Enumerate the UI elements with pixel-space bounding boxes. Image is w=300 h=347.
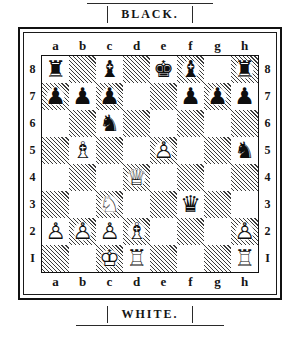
square-g8 bbox=[204, 56, 231, 83]
white-rook-d1: ♖ bbox=[123, 245, 150, 272]
square-b8 bbox=[69, 56, 96, 83]
square-b2: ♙ bbox=[69, 218, 96, 245]
rank-label-1: I bbox=[24, 245, 41, 272]
rank-label-3: 3 bbox=[24, 191, 41, 218]
rank-label-8: 8 bbox=[259, 56, 276, 83]
file-label-c: c bbox=[96, 37, 123, 55]
square-c6: ♞ bbox=[96, 110, 123, 137]
black-queen-f3: ♛ bbox=[177, 191, 204, 218]
square-h5: ♞ bbox=[231, 137, 258, 164]
rank-labels-right: 8765432I bbox=[259, 56, 276, 272]
square-e1 bbox=[150, 245, 177, 272]
file-label-a: a bbox=[42, 37, 69, 55]
black-pawn-c7: ♟ bbox=[96, 83, 123, 110]
square-b3 bbox=[69, 191, 96, 218]
square-b4 bbox=[69, 164, 96, 191]
square-d7 bbox=[123, 83, 150, 110]
file-label-h: h bbox=[231, 37, 258, 55]
file-label-f: f bbox=[177, 273, 204, 291]
file-label-c: c bbox=[96, 273, 123, 291]
file-label-g: g bbox=[204, 37, 231, 55]
square-c7: ♟ bbox=[96, 83, 123, 110]
square-b5: ♗ bbox=[69, 137, 96, 164]
square-e2 bbox=[150, 218, 177, 245]
square-h4 bbox=[231, 164, 258, 191]
black-pawn-b7: ♟ bbox=[69, 83, 96, 110]
square-f2 bbox=[177, 218, 204, 245]
black-pawn-g7: ♟ bbox=[204, 83, 231, 110]
square-g4 bbox=[204, 164, 231, 191]
black-pawn-h7: ♟ bbox=[231, 83, 258, 110]
rank-label-7: 7 bbox=[24, 83, 41, 110]
square-f7: ♟ bbox=[177, 83, 204, 110]
board-inner-frame: abcdefgh 8765432I ♜♝♚♝♜♟♟♟♟♟♟♞♗♙♞♕♘♛♙♙♙♗… bbox=[23, 32, 277, 295]
black-rook-a8: ♜ bbox=[42, 56, 69, 83]
square-f6 bbox=[177, 110, 204, 137]
white-knight-c3: ♘ bbox=[96, 191, 123, 218]
white-pawn-e5: ♙ bbox=[150, 137, 177, 164]
square-g2 bbox=[204, 218, 231, 245]
square-d3 bbox=[123, 191, 150, 218]
square-h7: ♟ bbox=[231, 83, 258, 110]
white-pawn-h2: ♙ bbox=[231, 218, 258, 245]
file-label-a: a bbox=[42, 273, 69, 291]
black-pawn-f7: ♟ bbox=[177, 83, 204, 110]
white-rook-h1: ♖ bbox=[231, 245, 258, 272]
rank-label-6: 6 bbox=[259, 110, 276, 137]
rank-labels-left: 8765432I bbox=[24, 56, 41, 272]
square-h2: ♙ bbox=[231, 218, 258, 245]
square-f3: ♛ bbox=[177, 191, 204, 218]
square-g1 bbox=[204, 245, 231, 272]
square-g6 bbox=[204, 110, 231, 137]
white-queen-d4: ♕ bbox=[123, 164, 150, 191]
rank-label-8: 8 bbox=[24, 56, 41, 83]
square-g3 bbox=[204, 191, 231, 218]
square-g5 bbox=[204, 137, 231, 164]
file-label-e: e bbox=[150, 273, 177, 291]
file-label-d: d bbox=[123, 273, 150, 291]
square-h1: ♖ bbox=[231, 245, 258, 272]
white-label: WHITE. bbox=[107, 306, 192, 323]
rank-label-2: 2 bbox=[24, 218, 41, 245]
rank-label-6: 6 bbox=[24, 110, 41, 137]
square-d5 bbox=[123, 137, 150, 164]
file-labels-bottom: abcdefgh bbox=[42, 273, 258, 291]
white-pawn-a2: ♙ bbox=[42, 218, 69, 245]
square-d2: ♗ bbox=[123, 218, 150, 245]
square-b7: ♟ bbox=[69, 83, 96, 110]
black-knight-c6: ♞ bbox=[96, 110, 123, 137]
black-bishop-f8: ♝ bbox=[177, 56, 204, 83]
white-pawn-b2: ♙ bbox=[69, 218, 96, 245]
square-e7 bbox=[150, 83, 177, 110]
rank-label-4: 4 bbox=[259, 164, 276, 191]
square-a8: ♜ bbox=[42, 56, 69, 83]
square-c3: ♘ bbox=[96, 191, 123, 218]
file-label-b: b bbox=[69, 273, 96, 291]
square-h8: ♜ bbox=[231, 56, 258, 83]
square-d8 bbox=[123, 56, 150, 83]
file-label-e: e bbox=[150, 37, 177, 55]
file-label-g: g bbox=[204, 273, 231, 291]
square-c5 bbox=[96, 137, 123, 164]
square-e5: ♙ bbox=[150, 137, 177, 164]
square-c4 bbox=[96, 164, 123, 191]
white-bishop-b5: ♗ bbox=[69, 137, 96, 164]
square-a4 bbox=[42, 164, 69, 191]
square-b1 bbox=[69, 245, 96, 272]
square-a5 bbox=[42, 137, 69, 164]
rank-label-1: I bbox=[259, 245, 276, 272]
square-d6 bbox=[123, 110, 150, 137]
black-label: BLACK. bbox=[107, 6, 193, 23]
file-label-d: d bbox=[123, 37, 150, 55]
file-label-f: f bbox=[177, 37, 204, 55]
rank-label-2: 2 bbox=[259, 218, 276, 245]
bottom-rule bbox=[76, 325, 224, 326]
black-rook-h8: ♜ bbox=[231, 56, 258, 83]
black-pawn-a7: ♟ bbox=[42, 83, 69, 110]
square-d4: ♕ bbox=[123, 164, 150, 191]
square-a2: ♙ bbox=[42, 218, 69, 245]
square-c1: ♔ bbox=[96, 245, 123, 272]
square-g7: ♟ bbox=[204, 83, 231, 110]
black-knight-h5: ♞ bbox=[231, 137, 258, 164]
square-e8: ♚ bbox=[150, 56, 177, 83]
rank-label-4: 4 bbox=[24, 164, 41, 191]
top-rule bbox=[87, 3, 213, 4]
black-side-caption: BLACK. bbox=[87, 3, 213, 23]
black-bishop-c8: ♝ bbox=[96, 56, 123, 83]
square-f1 bbox=[177, 245, 204, 272]
rank-label-3: 3 bbox=[259, 191, 276, 218]
square-c8: ♝ bbox=[96, 56, 123, 83]
rank-label-5: 5 bbox=[259, 137, 276, 164]
square-f4 bbox=[177, 164, 204, 191]
square-a7: ♟ bbox=[42, 83, 69, 110]
file-labels-top: abcdefgh bbox=[42, 37, 258, 55]
square-c2: ♙ bbox=[96, 218, 123, 245]
square-a3 bbox=[42, 191, 69, 218]
rank-label-5: 5 bbox=[24, 137, 41, 164]
rank-label-7: 7 bbox=[259, 83, 276, 110]
file-label-h: h bbox=[231, 273, 258, 291]
square-h3 bbox=[231, 191, 258, 218]
square-b6 bbox=[69, 110, 96, 137]
white-bishop-d2: ♗ bbox=[123, 218, 150, 245]
square-e4 bbox=[150, 164, 177, 191]
square-a6 bbox=[42, 110, 69, 137]
white-king-c1: ♔ bbox=[96, 245, 123, 272]
square-h6 bbox=[231, 110, 258, 137]
white-side-caption: WHITE. bbox=[76, 306, 224, 326]
square-e6 bbox=[150, 110, 177, 137]
chess-board: ♜♝♚♝♜♟♟♟♟♟♟♞♗♙♞♕♘♛♙♙♙♗♙♔♖♖ bbox=[41, 55, 259, 273]
board-frame: abcdefgh 8765432I ♜♝♚♝♜♟♟♟♟♟♟♞♗♙♞♕♘♛♙♙♙♗… bbox=[18, 27, 282, 300]
black-king-e8: ♚ bbox=[150, 56, 177, 83]
white-pawn-c2: ♙ bbox=[96, 218, 123, 245]
square-e3 bbox=[150, 191, 177, 218]
file-label-b: b bbox=[69, 37, 96, 55]
square-f5 bbox=[177, 137, 204, 164]
square-f8: ♝ bbox=[177, 56, 204, 83]
square-a1 bbox=[42, 245, 69, 272]
square-d1: ♖ bbox=[123, 245, 150, 272]
